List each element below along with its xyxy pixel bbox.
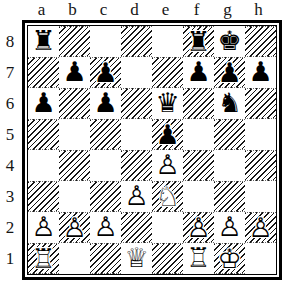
white-queen-glyph: ♕ (121, 243, 152, 274)
white-king-glyph: ♔ (214, 244, 245, 273)
white-pawn-glyph: ♙ (245, 213, 276, 242)
square-c2[interactable]: ♟♙ (90, 212, 121, 243)
white-knight: ♞♘ (152, 182, 183, 211)
black-rook: ♜♜ (183, 27, 214, 56)
white-rook: ♜♖ (28, 244, 59, 273)
square-f6[interactable] (183, 88, 214, 119)
square-f3[interactable] (183, 181, 214, 212)
white-rook: ♜♖ (183, 243, 214, 274)
white-pawn: ♟♙ (28, 212, 59, 243)
square-g4[interactable] (214, 150, 245, 181)
square-h3[interactable] (245, 181, 276, 212)
white-rook-glyph: ♖ (28, 244, 59, 273)
file-label-f: f (181, 0, 212, 20)
square-e3[interactable]: ♞♘ (152, 181, 183, 212)
square-c3[interactable] (90, 181, 121, 212)
white-pawn-glyph: ♙ (152, 150, 183, 181)
square-g6[interactable]: ♞♞ (214, 88, 245, 119)
square-b1[interactable] (59, 243, 90, 274)
black-pawn-glyph: ♟ (90, 58, 121, 87)
square-a7[interactable] (28, 57, 59, 88)
file-label-a: a (26, 0, 57, 20)
black-pawn-glyph: ♟ (183, 57, 214, 88)
square-h7[interactable]: ♟♟ (245, 57, 276, 88)
file-label-d: d (119, 0, 150, 20)
black-pawn-glyph: ♟ (152, 120, 183, 149)
rank-label-8: 8 (0, 26, 20, 57)
white-pawn: ♟♙ (214, 212, 245, 243)
square-f4[interactable] (183, 150, 214, 181)
square-f5[interactable] (183, 119, 214, 150)
black-pawn: ♟♟ (183, 57, 214, 88)
white-pawn-glyph: ♙ (90, 212, 121, 243)
square-a3[interactable] (28, 181, 59, 212)
black-rook-glyph: ♜ (28, 26, 59, 57)
square-g3[interactable] (214, 181, 245, 212)
square-e7[interactable] (152, 57, 183, 88)
rank-label-7: 7 (0, 57, 20, 88)
square-f8[interactable]: ♜♜ (183, 26, 214, 57)
white-rook-glyph: ♖ (183, 243, 214, 274)
square-h4[interactable] (245, 150, 276, 181)
rank-label-4: 4 (0, 150, 20, 181)
square-d3[interactable]: ♟♙ (121, 181, 152, 212)
black-pawn: ♟♟ (59, 57, 90, 88)
chess-diagram: abcdefgh 87654321 ♜♜♜♜♚♚♟♟♟♟♟♟♟♟♟♟♟♟♟♟♛♛… (0, 0, 283, 283)
square-e6[interactable]: ♛♛ (152, 88, 183, 119)
white-king: ♚♔ (214, 244, 245, 273)
square-g2[interactable]: ♟♙ (214, 212, 245, 243)
square-b8[interactable] (59, 26, 90, 57)
square-e8[interactable] (152, 26, 183, 57)
square-f2[interactable]: ♟♙ (183, 212, 214, 243)
chess-board: ♜♜♜♜♚♚♟♟♟♟♟♟♟♟♟♟♟♟♟♟♛♛♞♞♟♟♟♙♟♙♞♘♟♙♟♙♟♙♟♙… (28, 26, 276, 274)
file-label-c: c (88, 0, 119, 20)
square-b4[interactable] (59, 150, 90, 181)
square-c7[interactable]: ♟♟ (90, 57, 121, 88)
square-d5[interactable] (121, 119, 152, 150)
rank-label-3: 3 (0, 181, 20, 212)
square-e1[interactable] (152, 243, 183, 274)
square-c5[interactable] (90, 119, 121, 150)
black-rook: ♜♜ (28, 26, 59, 57)
black-pawn-glyph: ♟ (245, 57, 276, 88)
white-pawn-glyph: ♙ (28, 212, 59, 243)
square-g1[interactable]: ♚♔ (214, 243, 245, 274)
black-pawn: ♟♟ (152, 120, 183, 149)
square-c6[interactable]: ♟♟ (90, 88, 121, 119)
square-d7[interactable] (121, 57, 152, 88)
black-pawn: ♟♟ (245, 57, 276, 88)
white-knight-glyph: ♘ (152, 182, 183, 211)
black-knight: ♞♞ (214, 88, 245, 119)
square-d6[interactable] (121, 88, 152, 119)
square-c4[interactable] (90, 150, 121, 181)
black-pawn-glyph: ♟ (28, 88, 59, 119)
board-frame-inner: ♜♜♜♜♚♚♟♟♟♟♟♟♟♟♟♟♟♟♟♟♛♛♞♞♟♟♟♙♟♙♞♘♟♙♟♙♟♙♟♙… (27, 25, 277, 275)
square-a4[interactable] (28, 150, 59, 181)
black-pawn: ♟♟ (28, 88, 59, 119)
white-pawn-glyph: ♙ (59, 213, 90, 242)
rank-label-6: 6 (0, 88, 20, 119)
file-label-b: b (57, 0, 88, 20)
file-labels: abcdefgh (26, 0, 274, 19)
black-king: ♚♚ (214, 26, 245, 57)
square-c1[interactable] (90, 243, 121, 274)
square-a6[interactable]: ♟♟ (28, 88, 59, 119)
rank-labels: 87654321 (0, 26, 20, 274)
square-g5[interactable] (214, 119, 245, 150)
square-h1[interactable] (245, 243, 276, 274)
square-h6[interactable] (245, 88, 276, 119)
black-knight-glyph: ♞ (214, 88, 245, 119)
file-label-g: g (212, 0, 243, 20)
file-label-h: h (243, 0, 274, 20)
white-pawn: ♟♙ (245, 213, 276, 242)
square-e5[interactable]: ♟♟ (152, 119, 183, 150)
black-pawn: ♟♟ (90, 58, 121, 87)
black-king-glyph: ♚ (214, 26, 245, 57)
white-pawn: ♟♙ (121, 181, 152, 212)
black-queen-glyph: ♛ (152, 88, 183, 119)
square-f7[interactable]: ♟♟ (183, 57, 214, 88)
white-pawn: ♟♙ (183, 213, 214, 242)
white-pawn: ♟♙ (59, 213, 90, 242)
square-e2[interactable] (152, 212, 183, 243)
white-queen: ♛♕ (121, 243, 152, 274)
square-b5[interactable] (59, 119, 90, 150)
square-b6[interactable] (59, 88, 90, 119)
black-queen: ♛♛ (152, 88, 183, 119)
square-b2[interactable]: ♟♙ (59, 212, 90, 243)
black-pawn: ♟♟ (90, 88, 121, 119)
white-pawn-glyph: ♙ (214, 212, 245, 243)
square-g7[interactable]: ♟♟ (214, 57, 245, 88)
square-d2[interactable] (121, 212, 152, 243)
white-pawn: ♟♙ (152, 150, 183, 181)
black-pawn-glyph: ♟ (90, 88, 121, 119)
square-h5[interactable] (245, 119, 276, 150)
white-pawn-glyph: ♙ (121, 181, 152, 212)
black-pawn-glyph: ♟ (214, 58, 245, 87)
square-a1[interactable]: ♜♖ (28, 243, 59, 274)
white-pawn: ♟♙ (90, 212, 121, 243)
square-b3[interactable] (59, 181, 90, 212)
square-d8[interactable] (121, 26, 152, 57)
white-pawn-glyph: ♙ (183, 213, 214, 242)
square-c8[interactable] (90, 26, 121, 57)
rank-label-5: 5 (0, 119, 20, 150)
square-h8[interactable] (245, 26, 276, 57)
square-h2[interactable]: ♟♙ (245, 212, 276, 243)
square-d4[interactable] (121, 150, 152, 181)
rank-label-2: 2 (0, 212, 20, 243)
black-pawn-glyph: ♟ (59, 57, 90, 88)
square-g8[interactable]: ♚♚ (214, 26, 245, 57)
file-label-e: e (150, 0, 181, 20)
square-a2[interactable]: ♟♙ (28, 212, 59, 243)
square-a8[interactable]: ♜♜ (28, 26, 59, 57)
black-rook-glyph: ♜ (183, 27, 214, 56)
square-f1[interactable]: ♜♖ (183, 243, 214, 274)
board-frame: ♜♜♜♜♚♚♟♟♟♟♟♟♟♟♟♟♟♟♟♟♛♛♞♞♟♟♟♙♟♙♞♘♟♙♟♙♟♙♟♙… (22, 20, 282, 280)
black-pawn: ♟♟ (214, 58, 245, 87)
square-b7[interactable]: ♟♟ (59, 57, 90, 88)
square-d1[interactable]: ♛♕ (121, 243, 152, 274)
square-a5[interactable] (28, 119, 59, 150)
rank-label-1: 1 (0, 243, 20, 274)
square-e4[interactable]: ♟♙ (152, 150, 183, 181)
